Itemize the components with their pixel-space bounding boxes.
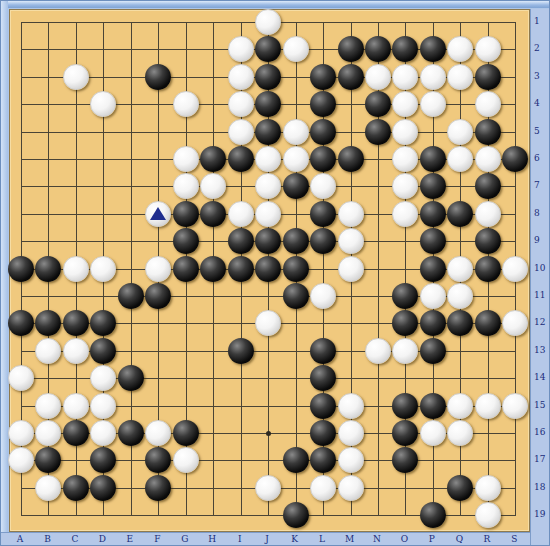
white-stone	[475, 393, 501, 419]
black-stone	[228, 146, 254, 172]
black-stone	[63, 310, 89, 336]
row-label: 2	[534, 42, 550, 54]
white-stone	[310, 173, 336, 199]
black-stone	[35, 256, 61, 282]
black-stone	[447, 475, 473, 501]
black-stone	[255, 91, 281, 117]
white-stone	[475, 475, 501, 501]
white-stone	[255, 475, 281, 501]
white-stone	[35, 393, 61, 419]
column-label: O	[399, 533, 409, 546]
column-label: K	[290, 533, 300, 546]
white-stone	[90, 393, 116, 419]
white-stone	[392, 338, 418, 364]
black-stone	[420, 338, 446, 364]
black-stone	[200, 201, 226, 227]
white-stone	[392, 201, 418, 227]
white-stone	[338, 420, 364, 446]
row-label: 19	[534, 508, 550, 520]
white-stone	[228, 91, 254, 117]
white-stone	[420, 283, 446, 309]
white-stone	[90, 91, 116, 117]
white-stone	[228, 119, 254, 145]
black-stone	[35, 310, 61, 336]
black-stone	[475, 173, 501, 199]
black-stone	[392, 283, 418, 309]
white-stone	[447, 283, 473, 309]
black-stone	[475, 228, 501, 254]
black-stone	[255, 256, 281, 282]
black-stone	[283, 256, 309, 282]
row-label: 11	[534, 289, 550, 301]
white-stone	[228, 36, 254, 62]
white-stone	[90, 420, 116, 446]
white-stone	[447, 256, 473, 282]
white-stone	[392, 119, 418, 145]
black-stone	[420, 310, 446, 336]
white-stone	[173, 146, 199, 172]
white-stone	[338, 228, 364, 254]
black-stone	[310, 420, 336, 446]
window-top-edge	[1, 1, 550, 8]
white-stone	[255, 310, 281, 336]
white-stone	[255, 201, 281, 227]
black-stone	[310, 64, 336, 90]
black-stone	[310, 119, 336, 145]
white-stone	[392, 173, 418, 199]
white-stone	[447, 119, 473, 145]
black-stone	[310, 393, 336, 419]
black-stone	[392, 36, 418, 62]
black-stone	[392, 310, 418, 336]
white-stone	[310, 283, 336, 309]
black-stone	[420, 228, 446, 254]
black-stone	[173, 256, 199, 282]
white-stone	[228, 64, 254, 90]
white-stone	[475, 91, 501, 117]
black-stone	[392, 447, 418, 473]
black-stone	[392, 420, 418, 446]
black-stone	[310, 91, 336, 117]
column-label: L	[317, 533, 327, 546]
column-label: S	[509, 533, 519, 546]
column-label: P	[427, 533, 437, 546]
black-stone	[145, 475, 171, 501]
black-stone	[255, 228, 281, 254]
black-stone	[255, 64, 281, 90]
black-stone	[283, 502, 309, 528]
column-label: Q	[454, 533, 464, 546]
star-point	[266, 431, 271, 436]
white-stone	[173, 447, 199, 473]
black-stone	[145, 64, 171, 90]
column-label: D	[97, 533, 107, 546]
white-stone	[90, 256, 116, 282]
black-stone	[173, 201, 199, 227]
black-stone	[283, 283, 309, 309]
white-stone	[35, 420, 61, 446]
black-stone	[283, 173, 309, 199]
white-stone	[255, 173, 281, 199]
row-label: 8	[534, 207, 550, 219]
black-stone	[63, 420, 89, 446]
row-label-strip	[530, 9, 550, 546]
white-stone	[338, 393, 364, 419]
white-stone	[502, 256, 528, 282]
black-stone	[310, 228, 336, 254]
black-stone	[90, 310, 116, 336]
row-label: 12	[534, 316, 550, 328]
column-label: H	[207, 533, 217, 546]
white-stone	[90, 365, 116, 391]
black-stone	[255, 119, 281, 145]
white-stone	[475, 502, 501, 528]
white-stone	[310, 475, 336, 501]
black-stone	[90, 338, 116, 364]
black-stone	[8, 256, 34, 282]
white-stone	[173, 91, 199, 117]
black-stone	[475, 256, 501, 282]
white-stone	[35, 475, 61, 501]
white-stone	[63, 338, 89, 364]
white-stone	[283, 36, 309, 62]
white-stone	[8, 365, 34, 391]
black-stone	[338, 36, 364, 62]
white-stone	[392, 64, 418, 90]
white-stone	[447, 64, 473, 90]
black-stone	[310, 365, 336, 391]
column-label: N	[372, 533, 382, 546]
black-stone	[173, 228, 199, 254]
white-stone	[447, 146, 473, 172]
black-stone	[145, 283, 171, 309]
white-stone	[283, 146, 309, 172]
black-stone	[365, 119, 391, 145]
black-stone	[228, 338, 254, 364]
black-stone	[310, 146, 336, 172]
black-stone	[228, 228, 254, 254]
row-label: 4	[534, 97, 550, 109]
row-label: 14	[534, 371, 550, 383]
row-label: 17	[534, 453, 550, 465]
black-stone	[145, 447, 171, 473]
row-label: 13	[534, 344, 550, 356]
column-label: R	[482, 533, 492, 546]
column-label: C	[70, 533, 80, 546]
window-left-edge	[1, 1, 8, 546]
row-label: 9	[534, 234, 550, 246]
row-label: 1	[534, 15, 550, 27]
row-label: 7	[534, 179, 550, 191]
white-stone	[255, 146, 281, 172]
row-label: 18	[534, 481, 550, 493]
white-stone	[420, 420, 446, 446]
white-stone	[283, 119, 309, 145]
black-stone	[420, 502, 446, 528]
black-stone	[255, 36, 281, 62]
white-stone	[255, 9, 281, 35]
white-stone	[365, 338, 391, 364]
triangle-marker	[150, 207, 166, 220]
black-stone	[283, 447, 309, 473]
white-stone	[338, 475, 364, 501]
black-stone	[228, 256, 254, 282]
black-stone	[365, 91, 391, 117]
white-stone	[63, 64, 89, 90]
black-stone	[475, 119, 501, 145]
white-stone	[392, 91, 418, 117]
black-stone	[420, 201, 446, 227]
black-stone	[173, 420, 199, 446]
white-stone	[475, 201, 501, 227]
black-stone	[200, 256, 226, 282]
row-label: 10	[534, 262, 550, 274]
white-stone	[145, 256, 171, 282]
black-stone	[420, 36, 446, 62]
black-stone	[338, 64, 364, 90]
white-stone	[447, 393, 473, 419]
black-stone	[283, 228, 309, 254]
black-stone	[420, 173, 446, 199]
black-stone	[200, 146, 226, 172]
black-stone	[420, 256, 446, 282]
black-stone	[420, 146, 446, 172]
black-stone	[118, 420, 144, 446]
white-stone	[365, 64, 391, 90]
white-stone	[338, 256, 364, 282]
row-label: 5	[534, 125, 550, 137]
column-label: E	[125, 533, 135, 546]
white-stone	[173, 173, 199, 199]
white-stone	[338, 201, 364, 227]
white-stone	[420, 64, 446, 90]
black-stone	[118, 365, 144, 391]
white-stone	[475, 36, 501, 62]
black-stone	[63, 475, 89, 501]
row-label: 3	[534, 70, 550, 82]
row-label: 6	[534, 152, 550, 164]
white-stone	[145, 420, 171, 446]
white-stone	[63, 393, 89, 419]
white-stone	[8, 420, 34, 446]
black-stone	[447, 310, 473, 336]
column-label: I	[235, 533, 245, 546]
black-stone	[8, 310, 34, 336]
black-stone	[365, 36, 391, 62]
black-stone	[90, 475, 116, 501]
black-stone	[447, 201, 473, 227]
white-stone	[35, 338, 61, 364]
white-stone	[228, 201, 254, 227]
go-app-window: ABCDEFGHIJKLMNOPQRS123456789101112131415…	[0, 0, 550, 546]
white-stone	[447, 36, 473, 62]
black-stone	[475, 310, 501, 336]
go-board[interactable]	[9, 9, 530, 532]
black-stone	[475, 64, 501, 90]
white-stone	[8, 447, 34, 473]
column-label: A	[15, 533, 25, 546]
white-stone	[200, 173, 226, 199]
column-label: J	[262, 533, 272, 546]
column-label: G	[180, 533, 190, 546]
white-stone	[63, 256, 89, 282]
black-stone	[392, 393, 418, 419]
black-stone	[35, 447, 61, 473]
white-stone	[420, 91, 446, 117]
row-label: 16	[534, 426, 550, 438]
white-stone	[502, 393, 528, 419]
black-stone	[310, 447, 336, 473]
white-stone	[392, 146, 418, 172]
column-label: F	[152, 533, 162, 546]
white-stone	[475, 146, 501, 172]
black-stone	[118, 283, 144, 309]
black-stone	[310, 338, 336, 364]
white-stone	[338, 447, 364, 473]
white-stone	[447, 420, 473, 446]
column-label: M	[345, 533, 355, 546]
black-stone	[338, 146, 364, 172]
black-stone	[502, 146, 528, 172]
black-stone	[310, 201, 336, 227]
row-label: 15	[534, 399, 550, 411]
black-stone	[90, 447, 116, 473]
column-label: B	[42, 533, 52, 546]
black-stone	[420, 393, 446, 419]
white-stone	[502, 310, 528, 336]
